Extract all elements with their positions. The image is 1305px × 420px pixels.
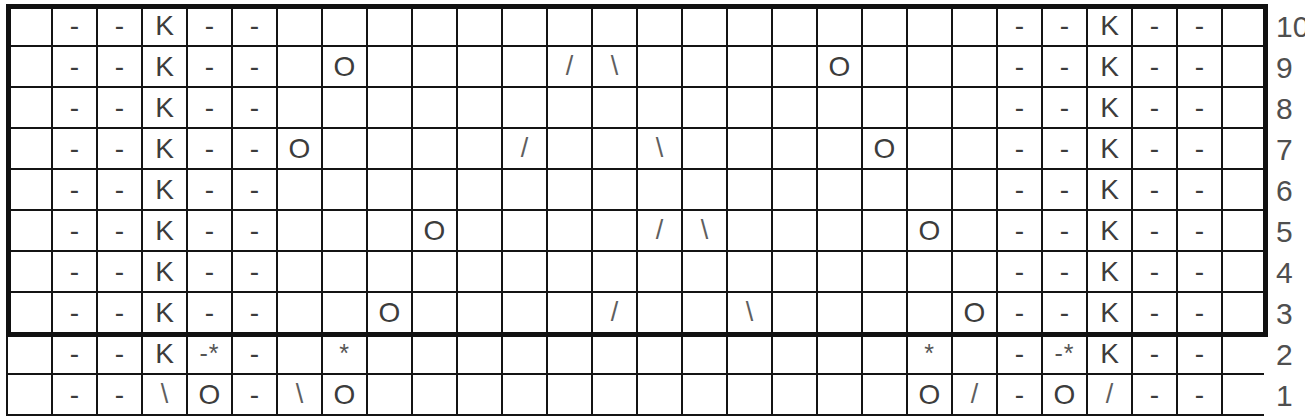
cell-r7-c25: K: [1088, 129, 1131, 168]
cell-r4-c27: -: [1178, 252, 1221, 291]
cell-r9-c1: [8, 47, 51, 86]
cell-r2-c1: [8, 334, 51, 373]
cell-r5-c12: [503, 211, 546, 250]
cell-r9-c10: [413, 47, 456, 86]
cell-r1-c28: [1223, 375, 1266, 414]
cell-r9-c2: -: [53, 47, 96, 86]
cell-r7-c10: [413, 129, 456, 168]
cell-r3-c15: [638, 293, 681, 332]
cell-r8-c15: [638, 88, 681, 127]
cell-r5-c24: -: [1043, 211, 1086, 250]
cell-r6-c4: K: [143, 170, 186, 209]
cell-r5-c22: [953, 211, 996, 250]
cell-r2-c16: [683, 334, 726, 373]
cell-r9-c23: -: [998, 47, 1041, 86]
cell-r5-c5: -: [188, 211, 231, 250]
cell-r3-c2: -: [53, 293, 96, 332]
cell-r3-c27: -: [1178, 293, 1221, 332]
cell-r10-c5: -: [188, 6, 231, 45]
cell-r8-c4: K: [143, 88, 186, 127]
cell-r4-c20: [863, 252, 906, 291]
cell-r1-c18: [773, 375, 816, 414]
cell-r8-c14: [593, 88, 636, 127]
cell-r2-c15: [638, 334, 681, 373]
cell-r6-c24: -: [1043, 170, 1086, 209]
cell-r2-c2: -: [53, 334, 96, 373]
cell-r1-c2: -: [53, 375, 96, 414]
cell-r6-c8: [323, 170, 366, 209]
cell-r5-c28: [1223, 211, 1266, 250]
cell-r2-c12: [503, 334, 546, 373]
cell-r2-c8: *: [323, 334, 366, 373]
cell-r10-c21: [908, 6, 951, 45]
cell-r5-c19: [818, 211, 861, 250]
cell-r6-c26: -: [1133, 170, 1176, 209]
cell-r4-c26: -: [1133, 252, 1176, 291]
cell-r7-c5: -: [188, 129, 231, 168]
cell-r4-c22: [953, 252, 996, 291]
cell-r4-c4: K: [143, 252, 186, 291]
cell-r7-c27: -: [1178, 129, 1221, 168]
cell-r1-c26: -: [1133, 375, 1176, 414]
cell-r8-c19: [818, 88, 861, 127]
cell-r10-c9: [368, 6, 411, 45]
cell-r10-c6: -: [233, 6, 276, 45]
cell-r8-c27: -: [1178, 88, 1221, 127]
cell-r3-c11: [458, 293, 501, 332]
cell-r8-c21: [908, 88, 951, 127]
cell-r8-c24: -: [1043, 88, 1086, 127]
cell-r3-c1: [8, 293, 51, 332]
cell-r5-c26: -: [1133, 211, 1176, 250]
cell-r10-c17: [728, 6, 771, 45]
cell-r7-c21: [908, 129, 951, 168]
cell-r3-c22: O: [953, 293, 996, 332]
cell-r8-c26: -: [1133, 88, 1176, 127]
cell-r6-c25: K: [1088, 170, 1131, 209]
cell-r5-c23: -: [998, 211, 1041, 250]
cell-r2-c27: -: [1178, 334, 1221, 373]
cell-r4-c7: [278, 252, 321, 291]
cell-r7-c28: [1223, 129, 1266, 168]
cell-r1-c8: O: [323, 375, 366, 414]
cell-r10-c10: [413, 6, 456, 45]
cell-r7-c7: O: [278, 129, 321, 168]
cell-r6-c1: [8, 170, 51, 209]
cell-r8-c25: K: [1088, 88, 1131, 127]
cell-r7-c2: -: [53, 129, 96, 168]
cell-r5-c2: -: [53, 211, 96, 250]
cell-r7-c3: -: [98, 129, 141, 168]
cell-r1-c1: [8, 375, 51, 414]
cell-r4-c24: -: [1043, 252, 1086, 291]
cell-r3-c13: [548, 293, 591, 332]
cell-r10-c20: [863, 6, 906, 45]
cell-r3-c20: [863, 293, 906, 332]
cell-r10-c27: -: [1178, 6, 1221, 45]
cell-r1-c3: -: [98, 375, 141, 414]
cell-r4-c25: K: [1088, 252, 1131, 291]
cell-r9-c21: [908, 47, 951, 86]
cell-r7-c13: [548, 129, 591, 168]
cell-r5-c10: O: [413, 211, 456, 250]
cell-r9-c26: -: [1133, 47, 1176, 86]
cell-r3-c6: -: [233, 293, 276, 332]
cell-r8-c17: [728, 88, 771, 127]
cell-r3-c28: [1223, 293, 1266, 332]
cell-r1-c11: [458, 375, 501, 414]
cell-r6-c14: [593, 170, 636, 209]
cell-r3-c3: -: [98, 293, 141, 332]
cell-r6-c23: -: [998, 170, 1041, 209]
cell-r4-c5: -: [188, 252, 231, 291]
cell-r7-c11: [458, 129, 501, 168]
cell-r4-c6: -: [233, 252, 276, 291]
row-label-10: 10: [1276, 6, 1305, 47]
row-label-4: 4: [1276, 252, 1305, 293]
cell-r3-c7: [278, 293, 321, 332]
cell-r3-c4: K: [143, 293, 186, 332]
cell-r10-c4: K: [143, 6, 186, 45]
cell-r5-c6: -: [233, 211, 276, 250]
cell-r9-c11: [458, 47, 501, 86]
cell-r2-c26: -: [1133, 334, 1176, 373]
cell-r6-c5: -: [188, 170, 231, 209]
cell-r5-c21: O: [908, 211, 951, 250]
cell-r1-c24: O: [1043, 375, 1086, 414]
cell-r4-c13: [548, 252, 591, 291]
cell-r1-c7: \: [278, 375, 321, 414]
cell-r3-c18: [773, 293, 816, 332]
cell-r9-c20: [863, 47, 906, 86]
cell-r7-c16: [683, 129, 726, 168]
cell-r6-c11: [458, 170, 501, 209]
cell-r1-c23: -: [998, 375, 1041, 414]
cell-r1-c19: [818, 375, 861, 414]
knitting-chart-diagram: --K----K----K--O/\O--K----K----K----K--O…: [0, 0, 1305, 420]
cell-r2-c5: -*: [188, 334, 231, 373]
cell-r5-c16: \: [683, 211, 726, 250]
cell-r8-c10: [413, 88, 456, 127]
cell-r8-c2: -: [53, 88, 96, 127]
cell-r2-c25: K: [1088, 334, 1131, 373]
cell-r10-c28: [1223, 6, 1266, 45]
cell-r6-c21: [908, 170, 951, 209]
cell-r5-c7: [278, 211, 321, 250]
cell-r7-c1: [8, 129, 51, 168]
cell-r7-c14: [593, 129, 636, 168]
cell-r3-c12: [503, 293, 546, 332]
cell-r3-c17: \: [728, 293, 771, 332]
cell-r2-c24: -*: [1043, 334, 1086, 373]
cell-r10-c23: -: [998, 6, 1041, 45]
cell-r4-c16: [683, 252, 726, 291]
chart-grid: --K----K----K--O/\O--K----K----K----K--O…: [6, 4, 1264, 416]
cell-r9-c27: -: [1178, 47, 1221, 86]
cell-r2-c7: [278, 334, 321, 373]
cell-r6-c20: [863, 170, 906, 209]
cell-r6-c2: -: [53, 170, 96, 209]
cell-r10-c25: K: [1088, 6, 1131, 45]
cell-r8-c18: [773, 88, 816, 127]
cell-r2-c17: [728, 334, 771, 373]
cell-r8-c12: [503, 88, 546, 127]
cell-r9-c6: -: [233, 47, 276, 86]
cell-r6-c6: -: [233, 170, 276, 209]
cell-r10-c8: [323, 6, 366, 45]
cell-r10-c2: -: [53, 6, 96, 45]
cell-r8-c8: [323, 88, 366, 127]
cell-r9-c5: -: [188, 47, 231, 86]
row-label-7: 7: [1276, 129, 1305, 170]
row-label-8: 8: [1276, 88, 1305, 129]
cell-r10-c18: [773, 6, 816, 45]
cell-r2-c3: -: [98, 334, 141, 373]
cell-r2-c23: -: [998, 334, 1041, 373]
cell-r7-c24: -: [1043, 129, 1086, 168]
cell-r4-c14: [593, 252, 636, 291]
cell-r7-c12: /: [503, 129, 546, 168]
row-number-column: 10987654321: [1276, 6, 1305, 416]
cell-r6-c15: [638, 170, 681, 209]
cell-r5-c25: K: [1088, 211, 1131, 250]
cell-r4-c11: [458, 252, 501, 291]
cell-r4-c10: [413, 252, 456, 291]
cell-r7-c26: -: [1133, 129, 1176, 168]
cell-r2-c4: K: [143, 334, 186, 373]
cell-r1-c14: [593, 375, 636, 414]
cell-r7-c4: K: [143, 129, 186, 168]
cell-r9-c14: \: [593, 47, 636, 86]
cell-r1-c4: \: [143, 375, 186, 414]
cell-r4-c12: [503, 252, 546, 291]
cell-r6-c27: -: [1178, 170, 1221, 209]
cell-r8-c28: [1223, 88, 1266, 127]
cell-r7-c19: [818, 129, 861, 168]
cell-r1-c20: [863, 375, 906, 414]
row-label-5: 5: [1276, 211, 1305, 252]
cell-r9-c17: [728, 47, 771, 86]
cell-r8-c1: [8, 88, 51, 127]
cell-r5-c9: [368, 211, 411, 250]
cell-r6-c10: [413, 170, 456, 209]
cell-r6-c16: [683, 170, 726, 209]
cell-r4-c2: -: [53, 252, 96, 291]
cell-r9-c19: O: [818, 47, 861, 86]
row-label-1: 1: [1276, 375, 1305, 416]
cell-r7-c15: \: [638, 129, 681, 168]
cell-r4-c3: -: [98, 252, 141, 291]
cell-r1-c16: [683, 375, 726, 414]
cell-r4-c17: [728, 252, 771, 291]
cell-r3-c19: [818, 293, 861, 332]
cell-r8-c23: -: [998, 88, 1041, 127]
cell-r1-c25: /: [1088, 375, 1131, 414]
cell-r1-c15: [638, 375, 681, 414]
cell-r6-c12: [503, 170, 546, 209]
cell-r6-c19: [818, 170, 861, 209]
cell-r8-c5: -: [188, 88, 231, 127]
cell-r3-c14: /: [593, 293, 636, 332]
cell-r7-c18: [773, 129, 816, 168]
cell-r8-c13: [548, 88, 591, 127]
cell-r3-c25: K: [1088, 293, 1131, 332]
cell-r5-c8: [323, 211, 366, 250]
cell-r4-c18: [773, 252, 816, 291]
cell-r9-c8: O: [323, 47, 366, 86]
cell-r8-c20: [863, 88, 906, 127]
cell-r7-c17: [728, 129, 771, 168]
cell-r2-c18: [773, 334, 816, 373]
cell-r3-c26: -: [1133, 293, 1176, 332]
cell-r4-c15: [638, 252, 681, 291]
cell-r9-c4: K: [143, 47, 186, 86]
cell-r2-c19: [818, 334, 861, 373]
cell-r1-c10: [413, 375, 456, 414]
cell-r2-c11: [458, 334, 501, 373]
cell-r4-c28: [1223, 252, 1266, 291]
cell-r3-c10: [413, 293, 456, 332]
cell-r2-c13: [548, 334, 591, 373]
cell-r2-c22: [953, 334, 996, 373]
cell-r7-c20: O: [863, 129, 906, 168]
cell-r10-c3: -: [98, 6, 141, 45]
cell-r9-c24: -: [1043, 47, 1086, 86]
cell-r10-c19: [818, 6, 861, 45]
cell-r5-c4: K: [143, 211, 186, 250]
cell-r8-c3: -: [98, 88, 141, 127]
cell-r5-c18: [773, 211, 816, 250]
cell-r9-c9: [368, 47, 411, 86]
row-label-6: 6: [1276, 170, 1305, 211]
row-label-3: 3: [1276, 293, 1305, 334]
cell-r9-c25: K: [1088, 47, 1131, 86]
cell-r5-c17: [728, 211, 771, 250]
cell-r5-c27: -: [1178, 211, 1221, 250]
cell-r7-c22: [953, 129, 996, 168]
cell-r4-c1: [8, 252, 51, 291]
cell-r4-c8: [323, 252, 366, 291]
cell-r9-c7: [278, 47, 321, 86]
cell-r2-c10: [413, 334, 456, 373]
cell-r10-c14: [593, 6, 636, 45]
cell-r9-c12: [503, 47, 546, 86]
cell-r3-c8: [323, 293, 366, 332]
cell-r10-c24: -: [1043, 6, 1086, 45]
cell-r8-c7: [278, 88, 321, 127]
cell-r5-c3: -: [98, 211, 141, 250]
cell-r4-c23: -: [998, 252, 1041, 291]
cell-r1-c5: O: [188, 375, 231, 414]
cell-r10-c11: [458, 6, 501, 45]
cell-r1-c27: -: [1178, 375, 1221, 414]
cell-r10-c12: [503, 6, 546, 45]
cell-r1-c22: /: [953, 375, 996, 414]
cell-r6-c3: -: [98, 170, 141, 209]
cell-r7-c9: [368, 129, 411, 168]
cell-r9-c16: [683, 47, 726, 86]
cell-r8-c16: [683, 88, 726, 127]
cell-r5-c14: [593, 211, 636, 250]
cell-r6-c9: [368, 170, 411, 209]
cell-r2-c28: [1223, 334, 1266, 373]
cell-r3-c24: -: [1043, 293, 1086, 332]
cell-r3-c21: [908, 293, 951, 332]
cell-r10-c7: [278, 6, 321, 45]
cell-r3-c16: [683, 293, 726, 332]
cell-r5-c11: [458, 211, 501, 250]
cell-r6-c18: [773, 170, 816, 209]
cell-r6-c17: [728, 170, 771, 209]
cell-r8-c6: -: [233, 88, 276, 127]
cell-r9-c28: [1223, 47, 1266, 86]
cell-r10-c26: -: [1133, 6, 1176, 45]
cell-r1-c13: [548, 375, 591, 414]
cell-r7-c23: -: [998, 129, 1041, 168]
cell-r3-c9: O: [368, 293, 411, 332]
cell-r5-c13: [548, 211, 591, 250]
cell-r5-c1: [8, 211, 51, 250]
cell-r9-c22: [953, 47, 996, 86]
cell-r5-c15: /: [638, 211, 681, 250]
cell-r10-c1: [8, 6, 51, 45]
cell-r10-c22: [953, 6, 996, 45]
cell-r6-c28: [1223, 170, 1266, 209]
cell-r6-c13: [548, 170, 591, 209]
cell-r2-c9: [368, 334, 411, 373]
cell-r1-c17: [728, 375, 771, 414]
cell-r6-c7: [278, 170, 321, 209]
row-label-9: 9: [1276, 47, 1305, 88]
cell-r6-c22: [953, 170, 996, 209]
cell-r5-c20: [863, 211, 906, 250]
cell-r2-c14: [593, 334, 636, 373]
cell-r9-c15: [638, 47, 681, 86]
cell-r10-c13: [548, 6, 591, 45]
cell-r8-c11: [458, 88, 501, 127]
cell-r9-c18: [773, 47, 816, 86]
cell-r2-c21: *: [908, 334, 951, 373]
cell-r4-c19: [818, 252, 861, 291]
cell-r3-c23: -: [998, 293, 1041, 332]
cell-r2-c6: -: [233, 334, 276, 373]
cell-r7-c8: [323, 129, 366, 168]
cell-r9-c13: /: [548, 47, 591, 86]
cell-r8-c9: [368, 88, 411, 127]
cell-r3-c5: -: [188, 293, 231, 332]
row-label-2: 2: [1276, 334, 1305, 375]
cell-r4-c9: [368, 252, 411, 291]
cell-r1-c9: [368, 375, 411, 414]
cell-r1-c21: O: [908, 375, 951, 414]
cell-r1-c6: -: [233, 375, 276, 414]
cell-r10-c15: [638, 6, 681, 45]
cell-r7-c6: -: [233, 129, 276, 168]
cell-r2-c20: [863, 334, 906, 373]
cell-r4-c21: [908, 252, 951, 291]
cell-r10-c16: [683, 6, 726, 45]
cell-r9-c3: -: [98, 47, 141, 86]
cell-r1-c12: [503, 375, 546, 414]
cell-r8-c22: [953, 88, 996, 127]
